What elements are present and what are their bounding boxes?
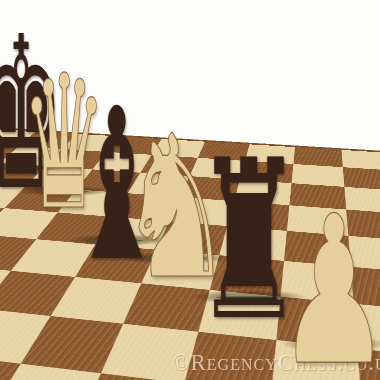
light-pawn: ♟ bbox=[277, 189, 380, 380]
chess-product-photo: ♚♛♝♞♜♟ ©RegencyChess.co.uk bbox=[0, 0, 380, 380]
